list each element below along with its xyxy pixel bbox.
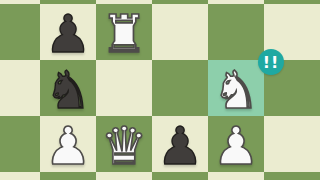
square-r2c1[interactable]: ♞: [40, 60, 96, 116]
white-knight[interactable]: ♞: [213, 64, 260, 116]
square-r2c2[interactable]: [96, 60, 152, 116]
white-rook[interactable]: ♜: [101, 8, 148, 60]
square-r3c5[interactable]: [264, 116, 320, 172]
square-r1c1[interactable]: ♟: [40, 4, 96, 60]
white-pawn[interactable]: ♟: [45, 120, 92, 172]
white-pawn[interactable]: ♟: [213, 120, 260, 172]
square-r2c3[interactable]: [152, 60, 208, 116]
square-r1c2[interactable]: ♜: [96, 4, 152, 60]
square-r3c2[interactable]: ♛: [96, 116, 152, 172]
black-pawn[interactable]: ♟: [157, 120, 204, 172]
black-pawn[interactable]: ♟: [45, 8, 92, 60]
square-r1c3[interactable]: [152, 4, 208, 60]
board-viewport: ♟♜♞♞♟♛♟♟ !!: [0, 0, 320, 180]
square-r4c5[interactable]: [264, 172, 320, 180]
square-r4c0[interactable]: [0, 172, 40, 180]
white-queen[interactable]: ♛: [101, 120, 148, 172]
brilliant-move-badge: !!: [258, 49, 284, 75]
square-r1c4[interactable]: [208, 4, 264, 60]
square-r3c0[interactable]: [0, 116, 40, 172]
square-r2c0[interactable]: [0, 60, 40, 116]
square-r2c4[interactable]: ♞: [208, 60, 264, 116]
square-r3c1[interactable]: ♟: [40, 116, 96, 172]
square-r1c0[interactable]: [0, 4, 40, 60]
square-r3c4[interactable]: ♟: [208, 116, 264, 172]
square-r3c3[interactable]: ♟: [152, 116, 208, 172]
black-knight[interactable]: ♞: [45, 64, 92, 116]
chess-board: ♟♜♞♞♟♛♟♟: [0, 0, 320, 180]
